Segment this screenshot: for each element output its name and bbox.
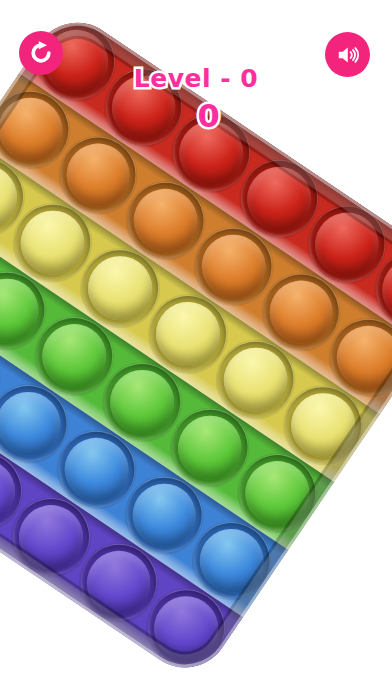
popit-board [0, 5, 392, 685]
game-screen: Level - 0 0 [0, 0, 392, 696]
sound-icon [335, 42, 361, 68]
restart-button[interactable] [19, 31, 63, 75]
board-rows [0, 5, 392, 685]
restart-icon [28, 40, 54, 66]
sound-button[interactable] [325, 32, 370, 77]
